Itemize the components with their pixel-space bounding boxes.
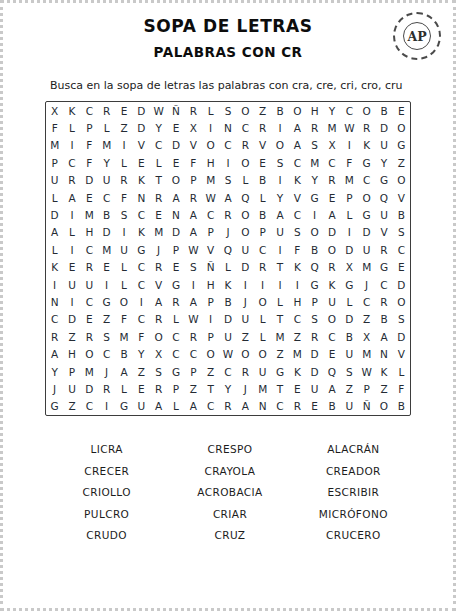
grid-cell: R [219,206,236,223]
grid-cell: R [46,328,63,345]
grid-cell: O [167,172,184,189]
grid-cell: K [63,102,80,119]
grid-cell: Y [98,154,115,171]
grid-cell: C [393,241,410,258]
grid-cell: S [150,363,167,380]
grid-cell: E [133,380,150,397]
grid-cell: S [393,311,410,328]
grid-cell: U [115,241,132,258]
grid-cell: Q [237,189,254,206]
grid-cell: P [358,380,375,397]
grid-cell: Z [98,311,115,328]
grid-cell: M [306,154,323,171]
word-list-item: CRIOLLO [82,486,130,498]
grid-cell: M [341,172,358,189]
grid-cell: O [271,137,288,154]
grid-cell: O [237,154,254,171]
grid-cell: V [150,276,167,293]
grid-cell: O [237,102,254,119]
grid-cell: E [393,102,410,119]
grid-cell: E [115,102,132,119]
grid-cell: M [81,363,98,380]
grid-cell: C [202,206,219,223]
word-list-item: CREADOR [326,465,381,477]
grid-cell: S [393,224,410,241]
word-list-column: ALACRÁNCREADORESCRIBIRMICRÓFONOCRUCERO [292,443,415,541]
grid-cell: M [46,137,63,154]
grid-cell: D [323,224,340,241]
grid-cell: R [81,259,98,276]
grid-cell: A [271,206,288,223]
grid-cell: K [133,172,150,189]
grid-cell: Q [323,363,340,380]
grid-cell: T [271,311,288,328]
grid-cell: A [150,398,167,415]
grid-cell: E [323,189,340,206]
grid-cell: A [219,189,236,206]
grid-cell: M [358,345,375,362]
grid-cell: J [219,224,236,241]
word-list: LICRACRECERCRIOLLOPULCROCRUDO CRESPOCRAY… [45,443,415,541]
grid-cell: L [237,172,254,189]
grid-cell: O [393,293,410,310]
grid-cell: H [81,224,98,241]
grid-cell: J [358,276,375,293]
grid-cell: N [254,398,271,415]
grid-cell: L [254,328,271,345]
grid-cell: C [133,276,150,293]
grid-cell: S [306,137,323,154]
word-list-column: CRESPOCRAYOLAACROBACIACRIARCRUZ [168,443,291,541]
grid-cell: P [167,380,184,397]
grid-cell: C [98,189,115,206]
grid-cell: I [341,137,358,154]
grid-cell: I [63,241,80,258]
worksheet-page: SOPA DE LETRAS PALABRAS CON CR AP Busca … [0,0,456,611]
grid-cell: W [150,102,167,119]
grid-cell: O [393,172,410,189]
grid-cell: C [219,137,236,154]
grid-cell: I [63,206,80,223]
grid-cell: O [358,189,375,206]
grid-cell: D [219,311,236,328]
word-list-column: LICRACRECERCRIOLLOPULCROCRUDO [45,443,168,541]
grid-cell: C [358,172,375,189]
grid-cell: F [115,189,132,206]
grid-cell: O [115,293,132,310]
grid-cell: D [167,137,184,154]
grid-cell: I [63,137,80,154]
grid-cell: Ñ [358,398,375,415]
grid-cell: E [289,380,306,397]
grid-cell: M [150,224,167,241]
grid-cell: V [185,137,202,154]
grid-cell: L [63,119,80,136]
grid-cell: C [289,154,306,171]
grid-cell: I [63,293,80,310]
grid-cell: C [133,259,150,276]
grid-cell: Z [133,363,150,380]
grid-cell: S [271,154,288,171]
grid-cell: I [219,154,236,171]
grid-cell: L [271,293,288,310]
grid-cell: F [289,241,306,258]
grid-cell: C [150,137,167,154]
grid-cell: O [202,137,219,154]
grid-cell: B [393,398,410,415]
grid-cell: O [237,206,254,223]
grid-cell: U [63,380,80,397]
grid-cell: G [133,241,150,258]
grid-cell: L [115,259,132,276]
grid-cell: M [81,206,98,223]
grid-cell: Y [323,102,340,119]
grid-cell: R [150,311,167,328]
grid-cell: E [150,206,167,223]
grid-cell: C [341,102,358,119]
grid-cell: Z [63,398,80,415]
grid-cell: D [46,206,63,223]
grid-cell: R [323,172,340,189]
grid-cell: C [185,345,202,362]
grid-cell: U [358,241,375,258]
grid-cell: A [289,137,306,154]
grid-cell: O [237,224,254,241]
grid-cell: L [115,380,132,397]
grid-cell: U [306,380,323,397]
grid-cell: R [185,328,202,345]
grid-cell: U [237,311,254,328]
grid-cell: D [63,311,80,328]
grid-cell: T [271,380,288,397]
grid-cell: E [133,154,150,171]
grid-cell: O [306,224,323,241]
grid-cell: L [98,119,115,136]
grid-cell: E [167,119,184,136]
grid-cell: Ñ [167,102,184,119]
grid-cell: S [115,206,132,223]
grid-cell: K [289,363,306,380]
grid-cell: N [167,206,184,223]
grid-cell: E [81,311,98,328]
grid-cell: S [219,102,236,119]
grid-cell: D [306,363,323,380]
grid-cell: Z [271,345,288,362]
grid-cell: L [341,293,358,310]
grid-cell: Q [306,259,323,276]
grid-cell: U [46,172,63,189]
grid-cell: G [167,276,184,293]
grid-cell: C [323,154,340,171]
grid-cell: J [237,293,254,310]
grid-cell: O [254,345,271,362]
grid-cell: I [341,224,358,241]
grid-cell: K [219,276,236,293]
grid-cell: G [375,259,392,276]
grid-cell: U [63,276,80,293]
grid-cell: D [341,241,358,258]
grid-cell: X [185,119,202,136]
grid-cell: C [237,119,254,136]
grid-cell: S [306,311,323,328]
grid-cell: E [81,189,98,206]
grid-cell: L [202,102,219,119]
grid-cell: A [289,119,306,136]
grid-cell: C [219,363,236,380]
grid-cell: X [150,345,167,362]
grid-cell: A [167,189,184,206]
grid-cell: C [323,328,340,345]
grid-cell: B [219,293,236,310]
grid-cell: D [133,119,150,136]
page-subtitle: PALABRAS CON CR [3,44,453,60]
grid-cell: V [393,345,410,362]
grid-cell: C [271,398,288,415]
grid-cell: Y [133,345,150,362]
grid-cell: C [81,293,98,310]
grid-cell: A [63,189,80,206]
grid-cell: E [167,259,184,276]
grid-cell: G [306,276,323,293]
grid-cell: J [98,363,115,380]
grid-cell: Y [219,380,236,397]
grid-cell: D [375,119,392,136]
grid-cell: A [185,398,202,415]
grid-cell: R [167,293,184,310]
grid-cell: F [81,154,98,171]
grid-cell: M [289,345,306,362]
grid-cell: U [341,345,358,362]
grid-cell: B [254,172,271,189]
grid-cell: I [115,137,132,154]
grid-cell: Z [237,328,254,345]
grid-cell: B [375,311,392,328]
grid-cell: I [98,398,115,415]
grid-cell: L [393,363,410,380]
word-list-item: CRUCERO [326,529,381,541]
grid-cell: I [202,119,219,136]
grid-cell: D [167,224,184,241]
grid-cell: R [289,398,306,415]
grid-cell: C [133,206,150,223]
word-list-item: CRECER [84,465,129,477]
grid-cell: K [289,172,306,189]
grid-cell: U [271,224,288,241]
grid-cell: R [254,259,271,276]
grid-cell: E [167,154,184,171]
grid-cell: R [115,172,132,189]
grid-cell: R [237,137,254,154]
grid-cell: W [202,189,219,206]
grid-cell: Q [375,189,392,206]
grid-cell: H [202,276,219,293]
grid-cell: N [133,189,150,206]
grid-cell: K [323,276,340,293]
grid-cell: Z [254,102,271,119]
word-list-item: PULCRO [84,508,129,520]
grid-cell: G [341,276,358,293]
grid-cell: O [81,345,98,362]
grid-cell: C [81,241,98,258]
grid-cell: M [202,172,219,189]
grid-cell: D [306,345,323,362]
grid-cell: P [306,293,323,310]
grid-cell: P [202,328,219,345]
grid-cell: L [115,154,132,171]
grid-cell: V [133,137,150,154]
grid-cell: G [358,154,375,171]
grid-cell: S [98,328,115,345]
grid-cell: C [254,241,271,258]
grid-cell: N [219,119,236,136]
grid-cell: Y [271,189,288,206]
grid-cell: F [115,311,132,328]
word-list-item: CRIAR [213,508,247,520]
grid-cell: T [150,172,167,189]
grid-cell: H [202,154,219,171]
grid-cell: G [358,206,375,223]
grid-cell: W [341,119,358,136]
grid-cell: S [185,259,202,276]
grid-cell: U [254,363,271,380]
grid-cell: R [185,189,202,206]
grid-cell: I [271,241,288,258]
grid-cell: C [81,102,98,119]
word-list-item: ALACRÁN [327,443,379,455]
grid-cell: R [81,328,98,345]
grid-cell: O [237,345,254,362]
grid-cell: H [289,293,306,310]
grid-cell: N [46,293,63,310]
grid-cell: U [219,328,236,345]
grid-cell: R [63,172,80,189]
grid-cell: J [46,380,63,397]
grid-cell: W [185,241,202,258]
grid-cell: T [271,259,288,276]
grid-cell: B [306,241,323,258]
grid-cell: U [133,398,150,415]
grid-cell: Z [63,328,80,345]
letter-grid: XKCREDWÑRLSOZBOHYCOBEFLPLZDYEXINCRIARMWR… [45,101,411,416]
grid-cell: D [133,102,150,119]
grid-cell: C [81,398,98,415]
grid-cell: G [306,189,323,206]
grid-cell: O [323,311,340,328]
grid-cell: V [202,241,219,258]
grid-cell: P [185,363,202,380]
grid-cell: Y [46,363,63,380]
grid-cell: D [237,259,254,276]
grid-cell: E [393,259,410,276]
grid-cell: Z [358,311,375,328]
grid-cell: C [289,206,306,223]
grid-cell: R [98,380,115,397]
word-list-item: LICRA [90,443,122,455]
grid-cell: G [115,398,132,415]
grid-cell: M [98,137,115,154]
grid-cell: D [393,328,410,345]
grid-cell: P [202,293,219,310]
grid-cell: O [202,345,219,362]
grid-cell: C [133,311,150,328]
grid-cell: O [375,398,392,415]
grid-cell: P [81,119,98,136]
grid-cell: O [254,293,271,310]
grid-cell: M [115,328,132,345]
logo-monogram: AP [403,22,431,50]
word-list-item: ESCRIBIR [327,486,379,498]
grid-cell: A [185,224,202,241]
grid-cell: C [289,311,306,328]
grid-cell: K [375,363,392,380]
grid-cell: R [375,293,392,310]
grid-cell: L [167,398,184,415]
grid-cell: B [375,102,392,119]
grid-cell: C [167,345,184,362]
word-list-item: ACROBACIA [197,486,262,498]
grid-cell: J [237,380,254,397]
page-title: SOPA DE LETRAS [3,16,453,36]
logo-stamp-icon: AP [393,12,441,60]
grid-cell: L [254,189,271,206]
grid-cell: B [115,345,132,362]
grid-cell: K [358,137,375,154]
grid-cell: K [133,224,150,241]
grid-cell: L [46,189,63,206]
instruction-text: Busca en la sopa de letras las palabras … [50,79,453,92]
grid-cell: I [289,276,306,293]
word-list-item: CRESPO [208,443,253,455]
grid-cell: C [167,328,184,345]
grid-cell: F [393,380,410,397]
grid-cell: M [98,241,115,258]
grid-cell: F [81,137,98,154]
grid-cell: A [46,224,63,241]
grid-cell: S [289,224,306,241]
grid-cell: A [323,206,340,223]
grid-cell: I [115,224,132,241]
grid-cell: M [254,380,271,397]
grid-cell: G [46,398,63,415]
grid-cell: L [167,311,184,328]
grid-cell: L [150,154,167,171]
grid-cell: W [358,363,375,380]
grid-cell: L [46,241,63,258]
grid-cell: D [393,276,410,293]
grid-cell: B [254,206,271,223]
grid-cell: Z [375,380,392,397]
grid-cell: Y [150,119,167,136]
grid-cell: R [150,259,167,276]
grid-cell: I [271,172,288,189]
grid-cell: P [254,224,271,241]
grid-cell: C [202,398,219,415]
grid-cell: U [237,241,254,258]
grid-cell: N [375,345,392,362]
grid-cell: P [341,189,358,206]
grid-cell: L [219,259,236,276]
grid-cell: J [150,241,167,258]
grid-cell: I [185,276,202,293]
grid-cell: B [341,328,358,345]
grid-cell: M [271,328,288,345]
grid-cell: D [81,172,98,189]
grid-cell: H [63,345,80,362]
grid-cell: G [393,137,410,154]
grid-cell: Q [219,241,236,258]
grid-cell: G [271,363,288,380]
grid-cell: G [375,172,392,189]
